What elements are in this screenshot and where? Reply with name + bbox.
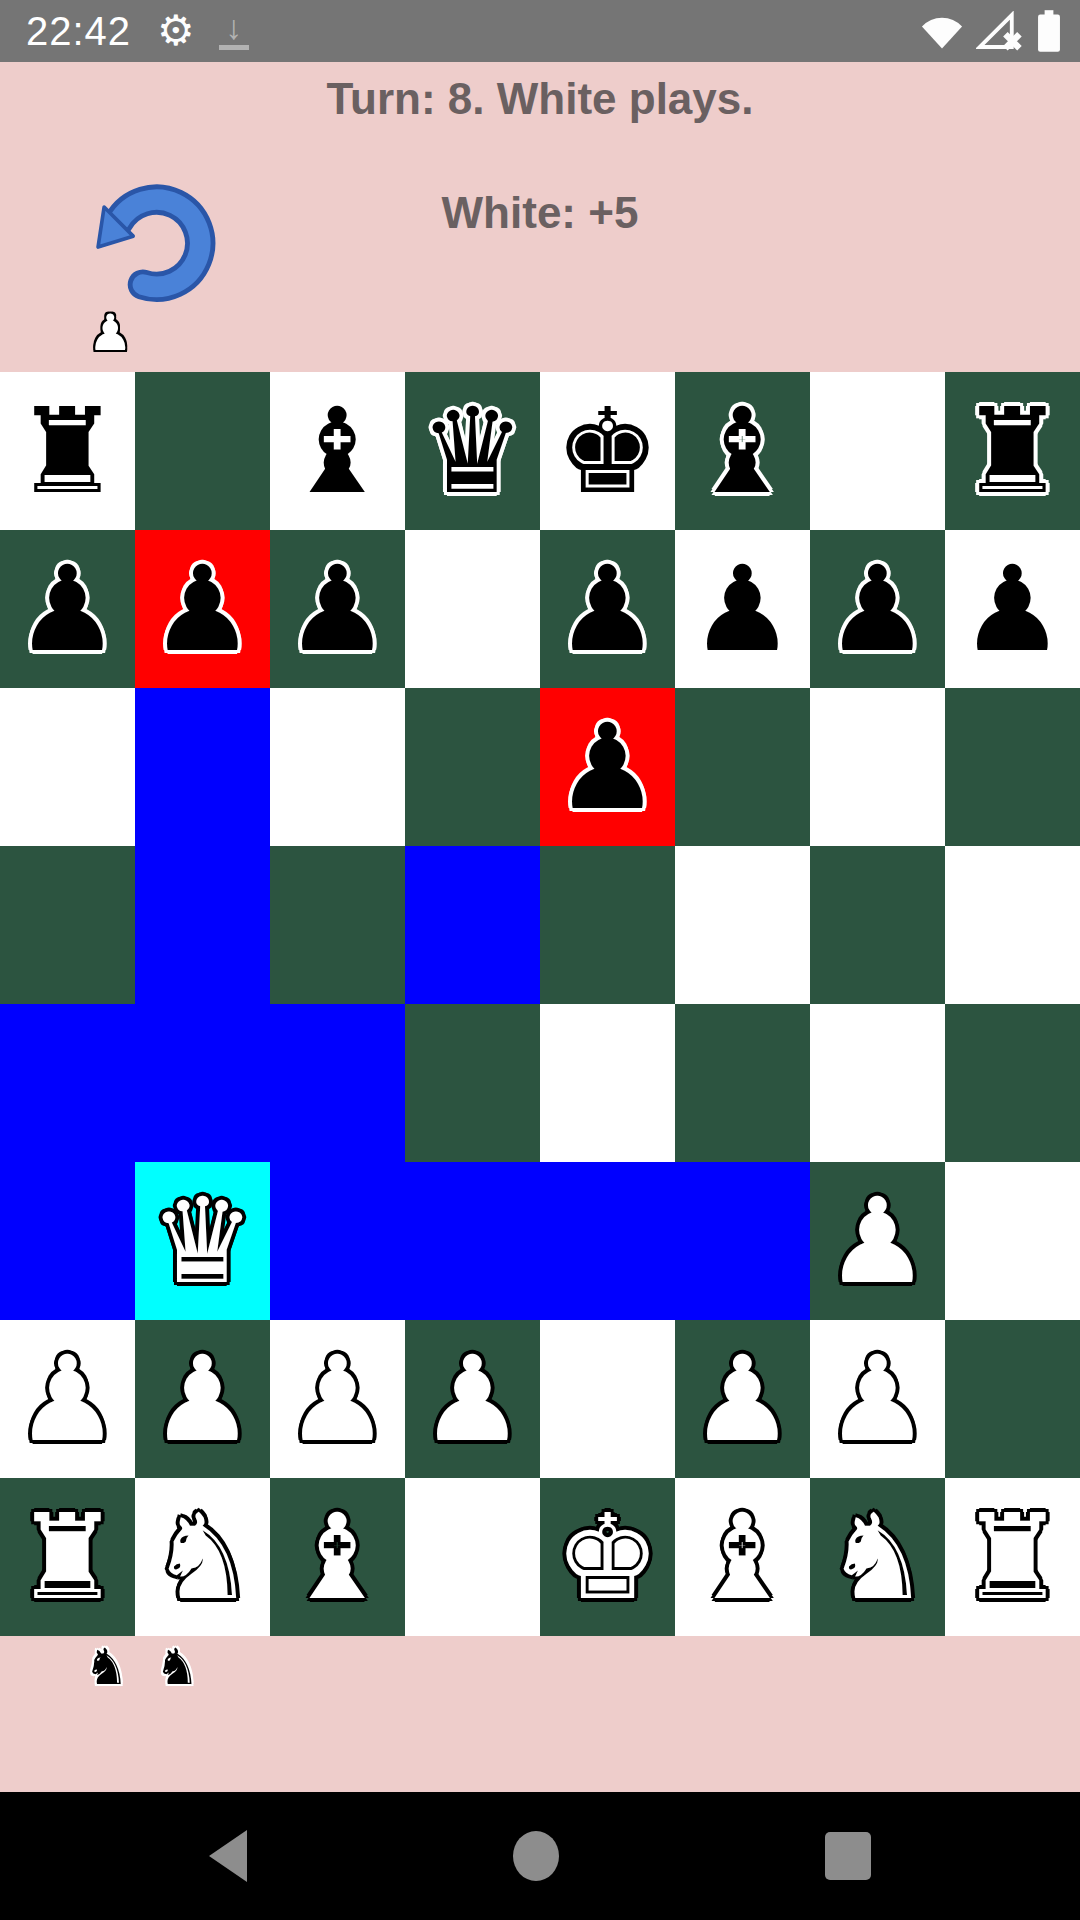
square-a1[interactable]: ♜ (0, 1478, 135, 1636)
square-g2[interactable]: ♟ (810, 1320, 945, 1478)
black-pawn: ♟ (150, 550, 256, 668)
white-knight: ♞ (150, 1498, 256, 1616)
black-king: ♚ (555, 392, 661, 510)
white-pawn: ♟ (825, 1182, 931, 1300)
black-bishop: ♝ (285, 392, 391, 510)
black-pawn: ♟ (825, 550, 931, 668)
recents-icon (825, 1832, 871, 1880)
square-f4[interactable] (675, 1004, 810, 1162)
square-e1[interactable]: ♚ (540, 1478, 675, 1636)
square-g4[interactable] (810, 1004, 945, 1162)
home-button[interactable] (513, 1831, 559, 1881)
square-b3[interactable]: ♛ (135, 1162, 270, 1320)
square-e3[interactable] (540, 1162, 675, 1320)
white-knight: ♞ (825, 1498, 931, 1616)
captured-white-pieces-tray: ♟ (88, 308, 133, 358)
captured-black-knight: ♞ (155, 1642, 200, 1692)
captured-white-pawn: ♟ (88, 308, 133, 358)
square-b5[interactable] (135, 846, 270, 1004)
home-icon (513, 1831, 559, 1881)
square-f8[interactable]: ♝ (675, 372, 810, 530)
square-h1[interactable]: ♜ (945, 1478, 1080, 1636)
captured-black-pieces-tray: ♞♞ (84, 1642, 200, 1692)
square-a7[interactable]: ♟ (0, 530, 135, 688)
square-g5[interactable] (810, 846, 945, 1004)
square-d4[interactable] (405, 1004, 540, 1162)
square-d2[interactable]: ♟ (405, 1320, 540, 1478)
square-c7[interactable]: ♟ (270, 530, 405, 688)
square-b7[interactable]: ♟ (135, 530, 270, 688)
square-g1[interactable]: ♞ (810, 1478, 945, 1636)
square-d8[interactable]: ♛ (405, 372, 540, 530)
square-a4[interactable] (0, 1004, 135, 1162)
black-pawn: ♟ (285, 550, 391, 668)
square-c4[interactable] (270, 1004, 405, 1162)
wifi-icon (920, 12, 964, 50)
captured-black-knight: ♞ (84, 1642, 129, 1692)
white-pawn: ♟ (420, 1340, 526, 1458)
white-pawn: ♟ (15, 1340, 121, 1458)
white-bishop: ♝ (690, 1498, 796, 1616)
square-a2[interactable]: ♟ (0, 1320, 135, 1478)
square-d7[interactable] (405, 530, 540, 688)
black-pawn: ♟ (15, 550, 121, 668)
square-d1[interactable] (405, 1478, 540, 1636)
cell-signal-off-icon (976, 11, 1022, 51)
black-rook: ♜ (15, 392, 121, 510)
app-screen: 22:42 ⚙ ↓ Turn: 8. White plays. (0, 0, 1080, 1920)
game-header: Turn: 8. White plays. White: +5 ♟ (0, 62, 1080, 372)
download-icon: ↓ (219, 12, 249, 51)
square-f5[interactable] (675, 846, 810, 1004)
square-b4[interactable] (135, 1004, 270, 1162)
square-f7[interactable]: ♟ (675, 530, 810, 688)
square-c3[interactable] (270, 1162, 405, 1320)
square-c8[interactable]: ♝ (270, 372, 405, 530)
status-bar: 22:42 ⚙ ↓ (0, 0, 1080, 62)
square-c5[interactable] (270, 846, 405, 1004)
square-c6[interactable] (270, 688, 405, 846)
square-b6[interactable] (135, 688, 270, 846)
white-rook: ♜ (15, 1498, 121, 1616)
square-f6[interactable] (675, 688, 810, 846)
square-e8[interactable]: ♚ (540, 372, 675, 530)
android-nav-bar (0, 1792, 1080, 1920)
square-g3[interactable]: ♟ (810, 1162, 945, 1320)
square-f3[interactable] (675, 1162, 810, 1320)
square-g6[interactable] (810, 688, 945, 846)
square-c2[interactable]: ♟ (270, 1320, 405, 1478)
square-a6[interactable] (0, 688, 135, 846)
battery-icon (1034, 8, 1064, 54)
square-e2[interactable] (540, 1320, 675, 1478)
chess-board: ♜♝♛♚♝♜♟♟♟♟♟♟♟♟♛♟♟♟♟♟♟♟♜♞♝♚♝♞♜ (0, 372, 1080, 1636)
black-pawn: ♟ (555, 708, 661, 826)
square-a3[interactable] (0, 1162, 135, 1320)
black-pawn: ♟ (690, 550, 796, 668)
black-bishop: ♝ (690, 392, 796, 510)
white-pawn: ♟ (285, 1340, 391, 1458)
black-rook: ♜ (960, 392, 1066, 510)
square-e4[interactable] (540, 1004, 675, 1162)
square-d5[interactable] (405, 846, 540, 1004)
square-f1[interactable]: ♝ (675, 1478, 810, 1636)
settings-gear-icon: ⚙ (157, 10, 195, 52)
square-e5[interactable] (540, 846, 675, 1004)
square-c1[interactable]: ♝ (270, 1478, 405, 1636)
square-b8[interactable] (135, 372, 270, 530)
square-b2[interactable]: ♟ (135, 1320, 270, 1478)
square-g8[interactable] (810, 372, 945, 530)
square-e7[interactable]: ♟ (540, 530, 675, 688)
clock-label: 22:42 (26, 9, 131, 54)
white-king: ♚ (555, 1498, 661, 1616)
white-pawn: ♟ (150, 1340, 256, 1458)
square-h6[interactable] (945, 688, 1080, 846)
square-f2[interactable]: ♟ (675, 1320, 810, 1478)
bottom-panel: ♞♞ (0, 1636, 1080, 1792)
white-bishop: ♝ (285, 1498, 391, 1616)
square-h7[interactable]: ♟ (945, 530, 1080, 688)
square-h2[interactable] (945, 1320, 1080, 1478)
square-h5[interactable] (945, 846, 1080, 1004)
recents-button[interactable] (825, 1832, 871, 1880)
material-score-label: White: +5 (0, 188, 1080, 238)
white-rook: ♜ (960, 1498, 1066, 1616)
square-d6[interactable] (405, 688, 540, 846)
square-h4[interactable] (945, 1004, 1080, 1162)
square-b1[interactable]: ♞ (135, 1478, 270, 1636)
square-h3[interactable] (945, 1162, 1080, 1320)
black-pawn: ♟ (555, 550, 661, 668)
square-a5[interactable] (0, 846, 135, 1004)
black-queen: ♛ (420, 392, 526, 510)
turn-status-label: Turn: 8. White plays. (0, 62, 1080, 124)
square-e6[interactable]: ♟ (540, 688, 675, 846)
back-button[interactable] (209, 1830, 247, 1882)
black-pawn: ♟ (960, 550, 1066, 668)
square-a8[interactable]: ♜ (0, 372, 135, 530)
square-h8[interactable]: ♜ (945, 372, 1080, 530)
white-pawn: ♟ (825, 1340, 931, 1458)
square-d3[interactable] (405, 1162, 540, 1320)
back-icon (209, 1830, 247, 1882)
white-pawn: ♟ (690, 1340, 796, 1458)
white-queen: ♛ (150, 1182, 256, 1300)
square-g7[interactable]: ♟ (810, 530, 945, 688)
